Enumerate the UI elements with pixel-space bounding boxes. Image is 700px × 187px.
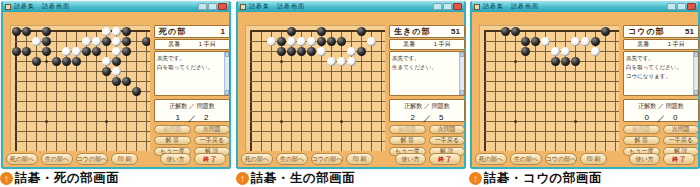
black-stone[interactable] [42, 27, 51, 36]
to-death-section-button[interactable]: 死の部へ [6, 153, 38, 165]
info-panel: コウの部 51 黒番 1 手目 黒先です。 白を取ってください。 コウになります… [623, 25, 699, 153]
answer-button[interactable]: 解 答 [154, 136, 191, 145]
white-stone[interactable] [317, 47, 326, 56]
correct-count: 0 [645, 113, 649, 124]
app-icon [474, 4, 480, 10]
close-button[interactable] [218, 3, 227, 10]
black-stone[interactable] [62, 57, 71, 66]
help-button[interactable]: 使い方 [395, 153, 426, 165]
black-stone[interactable] [102, 37, 111, 46]
to-death-section-button[interactable]: 死の部へ [475, 153, 507, 165]
star-point [340, 120, 343, 123]
problem-description: 黒先です。 白を取ってください。 [157, 54, 222, 72]
black-stone[interactable] [142, 37, 151, 46]
maximize-button[interactable] [443, 3, 452, 10]
minimize-button[interactable] [667, 3, 676, 10]
caption-text: 詰碁・死の部画面 [15, 170, 119, 187]
window-ko-section: 詰碁集 詰碁画面 コウの部 51 黒番 1 手目 黒先です。 白を取ってください [470, 1, 700, 169]
stats-slash: ／ [188, 113, 196, 124]
white-stone[interactable] [112, 27, 121, 36]
quit-button[interactable]: 終 了 [194, 153, 226, 165]
grid-line [484, 151, 619, 152]
quit-button[interactable]: 終 了 [429, 153, 461, 165]
grid-line [250, 71, 385, 72]
black-stone[interactable] [601, 27, 610, 36]
black-stone[interactable] [561, 57, 570, 66]
black-stone[interactable] [531, 37, 540, 46]
black-stone[interactable] [32, 57, 41, 66]
prev-problem-button[interactable]: 前問題 [389, 125, 426, 134]
turn-label: 黒番 [403, 40, 415, 49]
to-life-section-button[interactable]: 生の部へ [41, 153, 73, 165]
grid-line [15, 71, 150, 72]
grid-line [15, 111, 150, 112]
correct-count: 1 [176, 113, 180, 124]
white-stone[interactable] [267, 37, 276, 46]
black-stone[interactable] [501, 27, 510, 36]
grid-line [250, 101, 385, 102]
black-stone[interactable] [357, 47, 366, 56]
undo-move-button[interactable]: 一手戻る [429, 136, 466, 145]
star-point [105, 120, 108, 123]
black-stone[interactable] [337, 37, 346, 46]
problem-number: 1 [221, 27, 225, 36]
black-stone[interactable] [92, 47, 101, 56]
grid-line [15, 121, 150, 122]
scroll-up-icon[interactable] [460, 52, 464, 57]
grid-line [250, 91, 385, 92]
white-stone[interactable] [541, 37, 550, 46]
black-stone[interactable] [551, 57, 560, 66]
to-life-section-button[interactable]: 生の部へ [510, 153, 542, 165]
black-stone[interactable] [112, 57, 121, 66]
black-stone[interactable] [357, 27, 366, 36]
white-stone[interactable] [591, 47, 600, 56]
star-point [514, 120, 517, 123]
bottom-button-bar: 死の部へ 生の部へ コウの部へ 印 刷 使い方 終 了 [475, 153, 695, 165]
maximize-button[interactable] [208, 3, 217, 10]
grid-line [250, 81, 385, 82]
help-button[interactable]: 使い方 [629, 153, 660, 165]
total-count: 5 [439, 113, 443, 124]
next-problem-button[interactable]: 次問題 [429, 125, 466, 134]
grid-line [250, 111, 385, 112]
black-stone[interactable] [307, 47, 316, 56]
black-stone[interactable] [122, 47, 131, 56]
answer-button[interactable]: 解 答 [623, 136, 660, 145]
black-stone[interactable] [317, 27, 326, 36]
black-stone[interactable] [12, 27, 21, 36]
section-title: コウの部 [628, 26, 665, 37]
caption-text: 詰碁・生の部画面 [251, 170, 355, 187]
black-stone[interactable] [521, 47, 530, 56]
grid-line [484, 71, 619, 72]
move-label: 1 手目 [668, 40, 685, 49]
minimize-button[interactable] [198, 3, 207, 10]
white-stone[interactable] [92, 37, 101, 46]
white-stone[interactable] [72, 47, 81, 56]
go-board[interactable] [245, 25, 385, 151]
black-stone[interactable] [287, 47, 296, 56]
white-stone[interactable] [112, 47, 121, 56]
white-stone[interactable] [287, 37, 296, 46]
grid-line [250, 141, 385, 142]
close-button[interactable] [687, 3, 696, 10]
problem-description: 黒先です。 生きてください。 [392, 54, 457, 72]
stats-slash: ／ [423, 113, 431, 124]
white-stone[interactable] [82, 37, 91, 46]
grid-line [484, 81, 619, 82]
grid-line [484, 101, 619, 102]
print-button[interactable]: 印 刷 [111, 153, 138, 165]
caption-life-screen: ↑ 詰碁・生の部画面 [236, 170, 355, 187]
black-stone[interactable] [571, 57, 580, 66]
problem-number: 51 [685, 27, 694, 36]
app-icon [240, 4, 246, 10]
black-stone[interactable] [591, 37, 600, 46]
grid-line [15, 131, 150, 132]
undo-move-button[interactable]: 一手戻る [194, 136, 231, 145]
white-stone[interactable] [367, 37, 376, 46]
black-stone[interactable] [42, 47, 51, 56]
titlebar[interactable]: 詰碁集 詰碁画面 [472, 1, 698, 12]
grid-line [484, 141, 619, 142]
white-stone[interactable] [571, 37, 580, 46]
black-stone[interactable] [72, 57, 81, 66]
move-label: 1 手目 [434, 40, 451, 49]
white-stone[interactable] [347, 47, 356, 56]
turn-label: 黒番 [168, 40, 180, 49]
black-stone[interactable] [112, 77, 121, 86]
white-stone[interactable] [327, 57, 336, 66]
star-point [45, 120, 48, 123]
stats-label: 正解数 ／ 問題数 [393, 102, 461, 111]
window-body: 死の部 1 黒番 1 手目 黒先です。 白を取ってください。 正解数 ／ 問題数 [3, 12, 229, 167]
next-problem-button[interactable]: 次問題 [194, 125, 231, 134]
problem-number: 51 [451, 27, 460, 36]
to-life-section-button[interactable]: 生の部へ [276, 153, 308, 165]
move-label: 1 手目 [199, 40, 216, 49]
window-life-section: 詰碁集 詰碁画面 生きの部 51 黒番 1 手目 黒先です。 生きてください。 [236, 1, 466, 169]
up-arrow-icon: ↑ [469, 172, 482, 185]
white-stone[interactable] [102, 57, 111, 66]
grid-line [15, 141, 150, 142]
black-stone[interactable] [132, 87, 141, 96]
black-stone[interactable] [22, 47, 31, 56]
grid-line [250, 61, 385, 62]
minimize-button[interactable] [433, 3, 442, 10]
black-stone[interactable] [297, 47, 306, 56]
to-ko-section-button[interactable]: コウの部へ [545, 153, 577, 165]
grid-line [15, 91, 150, 92]
white-stone[interactable] [112, 37, 121, 46]
white-stone[interactable] [561, 47, 570, 56]
white-stone[interactable] [307, 37, 316, 46]
scroll-down-icon[interactable] [460, 90, 464, 95]
section-title: 死の部 [159, 26, 186, 37]
titlebar[interactable]: 詰碁集 詰碁画面 [238, 1, 464, 12]
bottom-button-bar: 死の部へ 生の部へ コウの部へ 印 刷 使い方 終 了 [6, 153, 226, 165]
black-stone[interactable] [42, 37, 51, 46]
window-body: コウの部 51 黒番 1 手目 黒先です。 白を取ってください。 コウになります… [472, 12, 698, 167]
white-stone[interactable] [62, 47, 71, 56]
go-board[interactable] [479, 25, 619, 151]
close-button[interactable] [453, 3, 462, 10]
caption-text: 詰碁・コウの部画面 [484, 170, 602, 187]
grid-line [484, 131, 619, 132]
info-panel: 死の部 1 黒番 1 手目 黒先です。 白を取ってください。 正解数 ／ 問題数 [154, 25, 230, 153]
caption-death-screen: ↑ 詰碁・死の部画面 [0, 170, 119, 187]
star-point [45, 60, 48, 63]
black-stone[interactable] [122, 37, 131, 46]
grid-line [484, 111, 619, 112]
black-stone[interactable] [317, 37, 326, 46]
black-stone[interactable] [287, 27, 296, 36]
titlebar[interactable]: 詰碁集 詰碁画面 [3, 1, 229, 12]
white-stone[interactable] [32, 37, 41, 46]
white-stone[interactable] [297, 37, 306, 46]
caption-ko-screen: ↑ 詰碁・コウの部画面 [469, 170, 602, 187]
undo-move-button[interactable]: 一手戻る [663, 136, 700, 145]
answer-button[interactable]: 解 答 [389, 136, 426, 145]
app-icon [5, 4, 11, 10]
print-button[interactable]: 印 刷 [346, 153, 373, 165]
grid-line [250, 151, 385, 152]
description-scrollbar[interactable] [693, 52, 698, 95]
problem-description: 黒先です。 白を取ってください。 コウになります。 [626, 54, 691, 80]
up-arrow-icon: ↑ [236, 172, 249, 185]
black-stone[interactable] [102, 67, 111, 76]
black-stone[interactable] [521, 37, 530, 46]
scroll-up-icon[interactable] [694, 52, 698, 57]
grid-line [484, 121, 619, 122]
grid-line [250, 121, 385, 122]
white-stone[interactable] [112, 67, 121, 76]
white-stone[interactable] [337, 57, 346, 66]
star-point [280, 60, 283, 63]
black-stone[interactable] [22, 27, 31, 36]
window-death-section: 詰碁集 詰碁画面 死の部 1 黒番 1 手目 黒先です。 白を取ってください。 [1, 1, 231, 169]
description-scrollbar[interactable] [224, 52, 229, 95]
next-problem-button[interactable]: 次問題 [663, 125, 700, 134]
scroll-up-icon[interactable] [225, 52, 229, 57]
black-stone[interactable] [327, 37, 336, 46]
to-ko-section-button[interactable]: コウの部へ [311, 153, 343, 165]
window-title: 詰碁集 詰碁画面 [249, 2, 433, 11]
grid-line [15, 151, 150, 152]
white-stone[interactable] [102, 27, 111, 36]
star-point [280, 120, 283, 123]
stats-slash: ／ [657, 113, 665, 124]
up-arrow-icon: ↑ [0, 172, 13, 185]
white-stone[interactable] [347, 57, 356, 66]
quit-button[interactable]: 終 了 [663, 153, 695, 165]
star-point [574, 120, 577, 123]
section-title: 生きの部 [394, 26, 430, 37]
scroll-down-icon[interactable] [694, 90, 698, 95]
print-button[interactable]: 印 刷 [580, 153, 607, 165]
white-stone[interactable] [581, 37, 590, 46]
window-title: 詰碁集 詰碁画面 [14, 2, 198, 11]
stats-label: 正解数 ／ 問題数 [158, 102, 226, 111]
to-death-section-button[interactable]: 死の部へ [241, 153, 273, 165]
black-stone[interactable] [511, 27, 520, 36]
black-stone[interactable] [12, 47, 21, 56]
black-stone[interactable] [82, 47, 91, 56]
turn-label: 黒番 [637, 40, 649, 49]
total-count: 0 [673, 113, 677, 124]
prev-problem-button[interactable]: 前問題 [623, 125, 660, 134]
black-stone[interactable] [52, 57, 61, 66]
stats-label: 正解数 ／ 問題数 [627, 102, 695, 111]
total-count: 2 [204, 113, 208, 124]
info-panel: 生きの部 51 黒番 1 手目 黒先です。 生きてください。 正解数 ／ 問題数 [389, 25, 465, 153]
page: 詰碁集 詰碁画面 死の部 1 黒番 1 手目 黒先です。 白を取ってください。 [0, 0, 700, 187]
to-ko-section-button[interactable]: コウの部へ [76, 153, 108, 165]
window-body: 生きの部 51 黒番 1 手目 黒先です。 生きてください。 正解数 ／ 問題数 [238, 12, 464, 167]
black-stone[interactable] [277, 47, 286, 56]
grid-line [484, 91, 619, 92]
prev-problem-button[interactable]: 前問題 [154, 125, 191, 134]
scroll-down-icon[interactable] [225, 90, 229, 95]
black-stone[interactable] [122, 27, 131, 36]
window-title: 詰碁集 詰碁画面 [483, 2, 667, 11]
bottom-button-bar: 死の部へ 生の部へ コウの部へ 印 刷 使い方 終 了 [241, 153, 461, 165]
correct-count: 2 [411, 113, 415, 124]
black-stone[interactable] [277, 37, 286, 46]
help-button[interactable]: 使い方 [160, 153, 191, 165]
maximize-button[interactable] [677, 3, 686, 10]
go-board[interactable] [10, 25, 150, 151]
white-stone[interactable] [551, 47, 560, 56]
black-stone[interactable] [122, 77, 131, 86]
star-point [514, 60, 517, 63]
grid-line [250, 131, 385, 132]
grid-line [15, 101, 150, 102]
description-scrollbar[interactable] [459, 52, 464, 95]
